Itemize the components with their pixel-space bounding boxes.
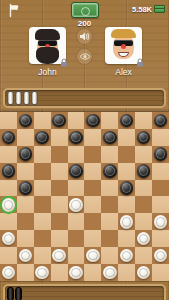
cell-r4c2[interactable] — [34, 180, 51, 197]
black-piece[interactable] — [69, 164, 83, 178]
cell-r0c5[interactable] — [84, 112, 101, 129]
black-piece[interactable] — [19, 147, 33, 161]
cell-r0c1[interactable] — [17, 112, 34, 129]
bet-amount: 200 — [78, 19, 91, 28]
cell-r3c8[interactable] — [135, 163, 152, 180]
cell-r9c0[interactable] — [0, 264, 17, 281]
cell-r7c4[interactable] — [68, 230, 85, 247]
white-piece[interactable] — [86, 249, 100, 263]
captured-black-piece — [15, 287, 22, 300]
game-screen: 200 5.58K John Alex — [0, 0, 169, 300]
black-piece[interactable] — [2, 131, 16, 145]
cell-r8c6[interactable] — [101, 247, 118, 264]
white-piece[interactable] — [103, 266, 117, 280]
cell-r6c0[interactable] — [0, 213, 17, 230]
cell-r2c9[interactable] — [152, 146, 169, 163]
cell-r3c7[interactable] — [118, 163, 135, 180]
cell-r2c3[interactable] — [51, 146, 68, 163]
cell-r0c4[interactable] — [68, 112, 85, 129]
player-name-left: John — [29, 67, 66, 77]
cell-r3c1[interactable] — [17, 163, 34, 180]
cell-r6c2[interactable] — [34, 213, 51, 230]
avatar-hair — [35, 29, 60, 40]
avatar-john[interactable] — [29, 27, 66, 64]
cell-r4c7[interactable] — [118, 180, 135, 197]
white-piece[interactable] — [69, 266, 83, 280]
cell-r0c6[interactable] — [101, 112, 118, 129]
white-piece[interactable] — [120, 215, 134, 229]
cell-r0c3[interactable] — [51, 112, 68, 129]
cell-r4c0[interactable] — [0, 180, 17, 197]
cell-r4c9[interactable] — [152, 180, 169, 197]
cell-r5c2[interactable] — [34, 196, 51, 213]
black-piece[interactable] — [120, 181, 134, 195]
cell-r9c7[interactable] — [118, 264, 135, 281]
cell-r5c4[interactable] — [68, 196, 85, 213]
cell-r1c8[interactable] — [135, 129, 152, 146]
black-piece[interactable] — [19, 181, 33, 195]
cell-r6c6[interactable] — [101, 213, 118, 230]
cell-r7c8[interactable] — [135, 230, 152, 247]
white-piece[interactable] — [154, 215, 168, 229]
cell-r8c2[interactable] — [34, 247, 51, 264]
black-piece[interactable] — [137, 131, 151, 145]
cell-r3c6[interactable] — [101, 163, 118, 180]
cell-r3c0[interactable] — [0, 163, 17, 180]
black-piece[interactable] — [86, 114, 100, 128]
speaker-icon — [79, 31, 90, 42]
white-piece[interactable] — [137, 232, 151, 246]
black-piece[interactable] — [154, 114, 168, 128]
cell-r0c9[interactable] — [152, 112, 169, 129]
cell-r8c3[interactable] — [51, 247, 68, 264]
captured-black-piece — [7, 287, 14, 300]
cell-r8c9[interactable] — [152, 247, 169, 264]
white-piece[interactable] — [35, 266, 49, 280]
cell-r4c5[interactable] — [84, 180, 101, 197]
black-piece[interactable] — [52, 114, 66, 128]
cash-bill-icon — [71, 2, 99, 18]
cell-r9c9[interactable] — [152, 264, 169, 281]
cell-r2c4[interactable] — [68, 146, 85, 163]
cell-r6c1[interactable] — [17, 213, 34, 230]
watch-button[interactable] — [76, 48, 93, 65]
cell-r2c1[interactable] — [17, 146, 34, 163]
cell-r6c5[interactable] — [84, 213, 101, 230]
eye-icon — [79, 52, 91, 61]
black-piece[interactable] — [19, 114, 33, 128]
cell-r2c7[interactable] — [118, 146, 135, 163]
cell-r5c8[interactable] — [135, 196, 152, 213]
cell-r7c0[interactable] — [0, 230, 17, 247]
cell-r9c6[interactable] — [101, 264, 118, 281]
cell-r6c9[interactable] — [152, 213, 169, 230]
cell-r4c6[interactable] — [101, 180, 118, 197]
lock-icon — [60, 58, 68, 67]
cell-r0c2[interactable] — [34, 112, 51, 129]
cell-r7c7[interactable] — [118, 230, 135, 247]
white-piece[interactable] — [154, 249, 168, 263]
balance-amount: 5.58K — [132, 5, 152, 14]
player-name-right: Alex — [105, 67, 142, 77]
avatar-alex[interactable] — [105, 27, 142, 64]
black-piece[interactable] — [120, 114, 134, 128]
cell-r8c5[interactable] — [84, 247, 101, 264]
cell-r4c3[interactable] — [51, 180, 68, 197]
cell-r2c8[interactable] — [135, 146, 152, 163]
cell-r8c1[interactable] — [17, 247, 34, 264]
cell-r9c5[interactable] — [84, 264, 101, 281]
white-piece[interactable] — [2, 198, 16, 212]
cell-r8c8[interactable] — [135, 247, 152, 264]
cell-r1c9[interactable] — [152, 129, 169, 146]
cell-r6c3[interactable] — [51, 213, 68, 230]
cell-r5c6[interactable] — [101, 196, 118, 213]
cell-r7c3[interactable] — [51, 230, 68, 247]
cell-r3c4[interactable] — [68, 163, 85, 180]
cell-r2c2[interactable] — [34, 146, 51, 163]
cell-r1c6[interactable] — [101, 129, 118, 146]
cell-r7c2[interactable] — [34, 230, 51, 247]
cell-r7c5[interactable] — [84, 230, 101, 247]
cell-r9c2[interactable] — [34, 264, 51, 281]
white-piece[interactable] — [2, 232, 16, 246]
cell-r8c4[interactable] — [68, 247, 85, 264]
cell-r6c7[interactable] — [118, 213, 135, 230]
cell-r9c4[interactable] — [68, 264, 85, 281]
captured-white-piece — [15, 91, 22, 105]
cell-r5c1[interactable] — [17, 196, 34, 213]
avatar-beard — [36, 47, 59, 64]
cell-r4c4[interactable] — [68, 180, 85, 197]
cell-r6c8[interactable] — [135, 213, 152, 230]
cell-r3c3[interactable] — [51, 163, 68, 180]
cell-r7c6[interactable] — [101, 230, 118, 247]
black-piece[interactable] — [137, 164, 151, 178]
captured-white-piece — [7, 91, 14, 105]
avatar-hair — [111, 29, 136, 38]
white-piece[interactable] — [52, 249, 66, 263]
avatar-nose — [121, 44, 126, 49]
black-piece[interactable] — [103, 131, 117, 145]
cell-r2c6[interactable] — [101, 146, 118, 163]
cell-r0c8[interactable] — [135, 112, 152, 129]
black-piece[interactable] — [103, 164, 117, 178]
cell-r1c5[interactable] — [84, 129, 101, 146]
black-piece[interactable] — [154, 147, 168, 161]
cell-r1c1[interactable] — [17, 129, 34, 146]
cell-r6c4[interactable] — [68, 213, 85, 230]
cell-r0c0[interactable] — [0, 112, 17, 129]
cell-r5c7[interactable] — [118, 196, 135, 213]
cell-r1c2[interactable] — [34, 129, 51, 146]
white-piece[interactable] — [137, 266, 151, 280]
cell-r1c7[interactable] — [118, 129, 135, 146]
cell-r4c8[interactable] — [135, 180, 152, 197]
cell-r2c0[interactable] — [0, 146, 17, 163]
cell-r5c3[interactable] — [51, 196, 68, 213]
sound-button[interactable] — [76, 28, 93, 45]
cell-r1c3[interactable] — [51, 129, 68, 146]
white-piece[interactable] — [2, 266, 16, 280]
cell-r5c5[interactable] — [84, 196, 101, 213]
cell-r8c7[interactable] — [118, 247, 135, 264]
cell-r0c7[interactable] — [118, 112, 135, 129]
balance: 5.58K — [132, 5, 165, 14]
cell-r8c0[interactable] — [0, 247, 17, 264]
cell-r2c5[interactable] — [84, 146, 101, 163]
black-piece[interactable] — [2, 164, 16, 178]
cell-r3c2[interactable] — [34, 163, 51, 180]
black-piece[interactable] — [35, 131, 49, 145]
cell-r7c1[interactable] — [17, 230, 34, 247]
cell-r3c5[interactable] — [84, 163, 101, 180]
cell-r5c0[interactable] — [0, 196, 17, 213]
cell-r3c9[interactable] — [152, 163, 169, 180]
cell-r4c1[interactable] — [17, 180, 34, 197]
cell-r9c1[interactable] — [17, 264, 34, 281]
black-piece[interactable] — [69, 131, 83, 145]
cell-r1c4[interactable] — [68, 129, 85, 146]
cell-r9c8[interactable] — [135, 264, 152, 281]
captured-tray-top — [3, 88, 166, 108]
captured-white-piece — [23, 91, 30, 105]
cell-r7c9[interactable] — [152, 230, 169, 247]
white-piece[interactable] — [120, 249, 134, 263]
lock-icon — [136, 58, 144, 67]
white-piece[interactable] — [69, 198, 83, 212]
cash-stack-icon — [154, 5, 165, 14]
captured-tray-bottom — [3, 284, 166, 300]
captured-white-piece — [31, 91, 38, 105]
cell-r9c3[interactable] — [51, 264, 68, 281]
white-piece[interactable] — [19, 249, 33, 263]
cell-r1c0[interactable] — [0, 129, 17, 146]
board — [0, 112, 169, 281]
cell-r5c9[interactable] — [152, 196, 169, 213]
